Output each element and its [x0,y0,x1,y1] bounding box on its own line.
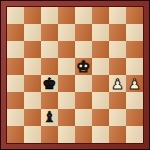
square-c4[interactable]: ♚ [41,75,58,92]
white-king-piece[interactable]: ♚ [76,58,90,74]
square-g8[interactable] [109,7,126,24]
square-f2[interactable] [92,109,109,126]
square-f6[interactable] [92,41,109,58]
square-e1[interactable] [75,126,92,143]
square-c6[interactable] [41,41,58,58]
square-a5[interactable] [7,58,24,75]
square-b1[interactable] [24,126,41,143]
square-g1[interactable] [109,126,126,143]
square-g3[interactable] [109,92,126,109]
square-h8[interactable] [126,7,143,24]
square-e8[interactable] [75,7,92,24]
square-h6[interactable] [126,41,143,58]
square-c2[interactable]: ♝ [41,109,58,126]
square-e4[interactable] [75,75,92,92]
square-b3[interactable] [24,92,41,109]
square-b7[interactable] [24,24,41,41]
square-d8[interactable] [58,7,75,24]
square-g5[interactable] [109,58,126,75]
square-c3[interactable] [41,92,58,109]
square-f3[interactable] [92,92,109,109]
square-e5[interactable]: ♚ [75,58,92,75]
square-f7[interactable] [92,24,109,41]
square-d2[interactable] [58,109,75,126]
square-d3[interactable] [58,92,75,109]
square-g4[interactable]: ♟ [109,75,126,92]
square-c1[interactable] [41,126,58,143]
black-king-piece[interactable]: ♚ [42,75,56,91]
square-g7[interactable] [109,24,126,41]
square-f5[interactable] [92,58,109,75]
square-a1[interactable] [7,126,24,143]
square-b5[interactable] [24,58,41,75]
square-g2[interactable] [109,109,126,126]
square-a7[interactable] [7,24,24,41]
square-h4[interactable]: ♟ [126,75,143,92]
square-h7[interactable] [126,24,143,41]
square-d6[interactable] [58,41,75,58]
square-c7[interactable] [41,24,58,41]
square-g6[interactable] [109,41,126,58]
square-f4[interactable] [92,75,109,92]
square-f8[interactable] [92,7,109,24]
board-inner-border: ♚♚♟♟♝ [6,6,144,144]
square-a8[interactable] [7,7,24,24]
square-h1[interactable] [126,126,143,143]
square-f1[interactable] [92,126,109,143]
square-a4[interactable] [7,75,24,92]
square-b6[interactable] [24,41,41,58]
square-d1[interactable] [58,126,75,143]
square-b2[interactable] [24,109,41,126]
square-d5[interactable] [58,58,75,75]
square-d7[interactable] [58,24,75,41]
square-c8[interactable] [41,7,58,24]
white-pawn-piece[interactable]: ♟ [111,76,124,90]
square-e2[interactable] [75,109,92,126]
square-h3[interactable] [126,92,143,109]
square-h2[interactable] [126,109,143,126]
black-bishop-piece[interactable]: ♝ [43,110,56,125]
square-e7[interactable] [75,24,92,41]
square-a6[interactable] [7,41,24,58]
square-h5[interactable] [126,58,143,75]
board-frame: ♚♚♟♟♝ [0,0,150,150]
chess-board: ♚♚♟♟♝ [7,7,143,143]
square-d4[interactable] [58,75,75,92]
white-pawn-piece[interactable]: ♟ [128,76,141,90]
square-b4[interactable] [24,75,41,92]
square-a2[interactable] [7,109,24,126]
square-a3[interactable] [7,92,24,109]
square-b8[interactable] [24,7,41,24]
square-e3[interactable] [75,92,92,109]
